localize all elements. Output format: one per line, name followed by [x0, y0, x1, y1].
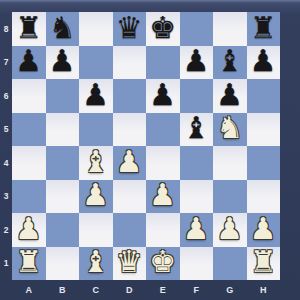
rank-label-3: 3 — [0, 180, 12, 214]
white-bishop-piece[interactable]: ♝ — [82, 147, 109, 177]
chess-board: ♜♞♛♚♜♟♟♟♝♟♟♟♟♝♞♝♟♟♟♟♟♟♟♜♝♛♚♜ — [12, 12, 280, 280]
square-f7[interactable]: ♟ — [180, 46, 214, 80]
black-rook-piece[interactable]: ♜ — [15, 13, 42, 43]
rank-label-5: 5 — [0, 113, 12, 147]
square-f1[interactable] — [180, 247, 214, 281]
square-f3[interactable] — [180, 180, 214, 214]
square-e2[interactable] — [146, 213, 180, 247]
square-h2[interactable]: ♟ — [247, 213, 281, 247]
square-e8[interactable]: ♚ — [146, 12, 180, 46]
square-g3[interactable] — [213, 180, 247, 214]
square-h3[interactable] — [247, 180, 281, 214]
square-a8[interactable]: ♜ — [12, 12, 46, 46]
square-b4[interactable] — [46, 146, 80, 180]
square-e6[interactable]: ♟ — [146, 79, 180, 113]
black-pawn-piece[interactable]: ♟ — [82, 80, 109, 110]
square-e5[interactable] — [146, 113, 180, 147]
chess-board-frame: 8 7 6 5 4 3 2 1 ♜♞♛♚♜♟♟♟♝♟♟♟♟♝♞♝♟♟♟♟♟♟♟♜… — [0, 0, 300, 300]
square-d7[interactable] — [113, 46, 147, 80]
square-d1[interactable]: ♛ — [113, 247, 147, 281]
file-label-b: B — [46, 282, 80, 298]
file-label-h: H — [247, 282, 281, 298]
square-a3[interactable] — [12, 180, 46, 214]
rank-label-2: 2 — [0, 213, 12, 247]
square-h8[interactable]: ♜ — [247, 12, 281, 46]
square-g5[interactable]: ♞ — [213, 113, 247, 147]
square-c2[interactable] — [79, 213, 113, 247]
rank-labels: 8 7 6 5 4 3 2 1 — [0, 12, 12, 280]
black-pawn-piece[interactable]: ♟ — [250, 46, 277, 76]
square-a5[interactable] — [12, 113, 46, 147]
rank-label-6: 6 — [0, 79, 12, 113]
black-pawn-piece[interactable]: ♟ — [49, 46, 76, 76]
square-f6[interactable] — [180, 79, 214, 113]
square-f5[interactable]: ♝ — [180, 113, 214, 147]
black-king-piece[interactable]: ♚ — [149, 13, 176, 43]
square-b7[interactable]: ♟ — [46, 46, 80, 80]
square-c5[interactable] — [79, 113, 113, 147]
square-c4[interactable]: ♝ — [79, 146, 113, 180]
square-f2[interactable]: ♟ — [180, 213, 214, 247]
square-d6[interactable] — [113, 79, 147, 113]
file-label-d: D — [113, 282, 147, 298]
square-a6[interactable] — [12, 79, 46, 113]
black-bishop-piece[interactable]: ♝ — [216, 46, 243, 76]
white-pawn-piece[interactable]: ♟ — [250, 214, 277, 244]
square-h6[interactable] — [247, 79, 281, 113]
rank-label-4: 4 — [0, 146, 12, 180]
square-c8[interactable] — [79, 12, 113, 46]
square-e1[interactable]: ♚ — [146, 247, 180, 281]
square-d5[interactable] — [113, 113, 147, 147]
file-labels: A B C D E F G H — [12, 282, 280, 298]
white-bishop-piece[interactable]: ♝ — [82, 247, 109, 277]
white-queen-piece[interactable]: ♛ — [116, 247, 143, 277]
square-g1[interactable] — [213, 247, 247, 281]
square-b6[interactable] — [46, 79, 80, 113]
square-a4[interactable] — [12, 146, 46, 180]
white-pawn-piece[interactable]: ♟ — [15, 214, 42, 244]
white-pawn-piece[interactable]: ♟ — [149, 180, 176, 210]
square-b8[interactable]: ♞ — [46, 12, 80, 46]
white-rook-piece[interactable]: ♜ — [250, 247, 277, 277]
square-b3[interactable] — [46, 180, 80, 214]
black-pawn-piece[interactable]: ♟ — [15, 46, 42, 76]
square-g7[interactable]: ♝ — [213, 46, 247, 80]
square-d3[interactable] — [113, 180, 147, 214]
black-pawn-piece[interactable]: ♟ — [216, 80, 243, 110]
square-e4[interactable] — [146, 146, 180, 180]
square-f8[interactable] — [180, 12, 214, 46]
rank-label-7: 7 — [0, 46, 12, 80]
black-bishop-piece[interactable]: ♝ — [183, 113, 210, 143]
square-d8[interactable]: ♛ — [113, 12, 147, 46]
square-h7[interactable]: ♟ — [247, 46, 281, 80]
square-e3[interactable]: ♟ — [146, 180, 180, 214]
square-f4[interactable] — [180, 146, 214, 180]
square-c7[interactable] — [79, 46, 113, 80]
square-b1[interactable] — [46, 247, 80, 281]
file-label-f: F — [180, 282, 214, 298]
black-pawn-piece[interactable]: ♟ — [149, 80, 176, 110]
square-h1[interactable]: ♜ — [247, 247, 281, 281]
black-queen-piece[interactable]: ♛ — [116, 13, 143, 43]
white-rook-piece[interactable]: ♜ — [15, 247, 42, 277]
square-c1[interactable]: ♝ — [79, 247, 113, 281]
square-b5[interactable] — [46, 113, 80, 147]
square-d2[interactable] — [113, 213, 147, 247]
file-label-g: G — [213, 282, 247, 298]
white-pawn-piece[interactable]: ♟ — [183, 214, 210, 244]
black-rook-piece[interactable]: ♜ — [250, 13, 277, 43]
black-pawn-piece[interactable]: ♟ — [183, 46, 210, 76]
square-a2[interactable]: ♟ — [12, 213, 46, 247]
square-c6[interactable]: ♟ — [79, 79, 113, 113]
square-c3[interactable]: ♟ — [79, 180, 113, 214]
square-a1[interactable]: ♜ — [12, 247, 46, 281]
square-d4[interactable]: ♟ — [113, 146, 147, 180]
rank-label-8: 8 — [0, 12, 12, 46]
square-g2[interactable]: ♟ — [213, 213, 247, 247]
square-e7[interactable] — [146, 46, 180, 80]
square-a7[interactable]: ♟ — [12, 46, 46, 80]
square-h5[interactable] — [247, 113, 281, 147]
square-b2[interactable] — [46, 213, 80, 247]
file-label-a: A — [12, 282, 46, 298]
white-pawn-piece[interactable]: ♟ — [82, 180, 109, 210]
square-g4[interactable] — [213, 146, 247, 180]
file-label-e: E — [146, 282, 180, 298]
black-knight-piece[interactable]: ♞ — [49, 13, 76, 43]
file-label-c: C — [79, 282, 113, 298]
white-pawn-piece[interactable]: ♟ — [116, 147, 143, 177]
white-pawn-piece[interactable]: ♟ — [216, 214, 243, 244]
white-king-piece[interactable]: ♚ — [149, 247, 176, 277]
square-h4[interactable] — [247, 146, 281, 180]
square-g6[interactable]: ♟ — [213, 79, 247, 113]
rank-label-1: 1 — [0, 247, 12, 281]
white-knight-piece[interactable]: ♞ — [216, 113, 243, 143]
square-g8[interactable] — [213, 12, 247, 46]
